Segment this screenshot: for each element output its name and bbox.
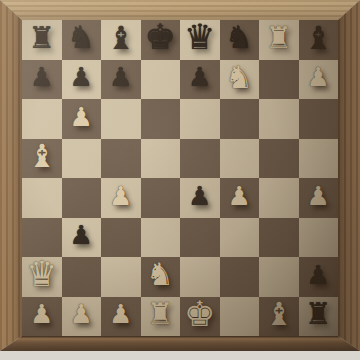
square-f4[interactable]: ♟ xyxy=(220,178,260,218)
square-c4[interactable]: ♟ xyxy=(101,178,141,218)
piece-white-pawn[interactable]: ♟ xyxy=(70,104,93,130)
piece-black-rook[interactable]: ♜ xyxy=(28,23,55,53)
square-d8[interactable]: ♚ xyxy=(141,20,181,60)
square-a5[interactable]: ♝ xyxy=(22,139,62,179)
piece-white-pawn[interactable]: ♟ xyxy=(70,301,93,327)
piece-black-pawn[interactable]: ♟ xyxy=(188,183,211,209)
piece-black-pawn[interactable]: ♟ xyxy=(70,64,93,90)
square-g1[interactable]: ♝ xyxy=(259,297,299,337)
piece-black-pawn[interactable]: ♟ xyxy=(188,64,211,90)
square-c1[interactable]: ♟ xyxy=(101,297,141,337)
piece-white-pawn[interactable]: ♟ xyxy=(228,183,251,209)
square-b8[interactable]: ♞ xyxy=(62,20,102,60)
square-h6[interactable] xyxy=(299,99,339,139)
chess-board[interactable]: ♜♞♝♚♛♞♜♝♟♟♟♟♞♟♟♝♟♟♟♟♟♛♞♟♟♟♟♜♚♝♜ xyxy=(22,20,338,336)
square-h5[interactable] xyxy=(299,139,339,179)
square-c5[interactable] xyxy=(101,139,141,179)
frame-top-rail xyxy=(0,0,360,20)
square-h8[interactable]: ♝ xyxy=(299,20,339,60)
piece-white-rook[interactable]: ♜ xyxy=(265,23,292,53)
square-g7[interactable] xyxy=(259,60,299,100)
square-g6[interactable] xyxy=(259,99,299,139)
square-g3[interactable] xyxy=(259,218,299,258)
piece-black-pawn[interactable]: ♟ xyxy=(109,64,132,90)
square-e8[interactable]: ♛ xyxy=(180,20,220,60)
square-c6[interactable] xyxy=(101,99,141,139)
piece-white-bishop[interactable]: ♝ xyxy=(264,298,293,330)
square-d2[interactable]: ♞ xyxy=(141,257,181,297)
piece-white-rook[interactable]: ♜ xyxy=(147,299,174,329)
square-c2[interactable] xyxy=(101,257,141,297)
square-h2[interactable]: ♟ xyxy=(299,257,339,297)
piece-black-pawn[interactable]: ♟ xyxy=(70,222,93,248)
square-d4[interactable] xyxy=(141,178,181,218)
square-g5[interactable] xyxy=(259,139,299,179)
square-e3[interactable] xyxy=(180,218,220,258)
square-g2[interactable] xyxy=(259,257,299,297)
piece-black-bishop[interactable]: ♝ xyxy=(304,22,333,54)
square-a6[interactable] xyxy=(22,99,62,139)
square-b7[interactable]: ♟ xyxy=(62,60,102,100)
piece-black-bishop[interactable]: ♝ xyxy=(106,22,135,54)
square-e1[interactable]: ♚ xyxy=(180,297,220,337)
square-b2[interactable] xyxy=(62,257,102,297)
square-e6[interactable] xyxy=(180,99,220,139)
square-d3[interactable] xyxy=(141,218,181,258)
piece-black-king[interactable]: ♚ xyxy=(145,20,176,55)
square-e5[interactable] xyxy=(180,139,220,179)
piece-black-pawn[interactable]: ♟ xyxy=(30,64,53,90)
frame-right-rail xyxy=(338,0,360,351)
square-c8[interactable]: ♝ xyxy=(101,20,141,60)
piece-white-queen[interactable]: ♛ xyxy=(26,257,57,292)
square-h7[interactable]: ♟ xyxy=(299,60,339,100)
square-a3[interactable] xyxy=(22,218,62,258)
piece-black-knight[interactable]: ♞ xyxy=(225,22,253,53)
square-b1[interactable]: ♟ xyxy=(62,297,102,337)
piece-black-rook[interactable]: ♜ xyxy=(305,299,332,329)
square-c3[interactable] xyxy=(101,218,141,258)
square-e7[interactable]: ♟ xyxy=(180,60,220,100)
square-f5[interactable] xyxy=(220,139,260,179)
photo-surface: ♜♞♝♚♛♞♜♝♟♟♟♟♞♟♟♝♟♟♟♟♟♛♞♟♟♟♟♜♚♝♜ xyxy=(0,0,360,360)
piece-white-bishop[interactable]: ♝ xyxy=(27,140,56,172)
square-e4[interactable]: ♟ xyxy=(180,178,220,218)
square-g8[interactable]: ♜ xyxy=(259,20,299,60)
piece-white-pawn[interactable]: ♟ xyxy=(307,64,330,90)
square-f1[interactable] xyxy=(220,297,260,337)
square-h3[interactable] xyxy=(299,218,339,258)
square-a4[interactable] xyxy=(22,178,62,218)
square-d6[interactable] xyxy=(141,99,181,139)
square-g4[interactable] xyxy=(259,178,299,218)
piece-black-knight[interactable]: ♞ xyxy=(67,22,95,53)
frame-left-rail xyxy=(0,0,22,351)
square-a1[interactable]: ♟ xyxy=(22,297,62,337)
piece-black-queen[interactable]: ♛ xyxy=(184,20,215,55)
square-d5[interactable] xyxy=(141,139,181,179)
square-d7[interactable] xyxy=(141,60,181,100)
square-f8[interactable]: ♞ xyxy=(220,20,260,60)
square-f2[interactable] xyxy=(220,257,260,297)
square-f6[interactable] xyxy=(220,99,260,139)
square-a7[interactable]: ♟ xyxy=(22,60,62,100)
square-b3[interactable]: ♟ xyxy=(62,218,102,258)
piece-white-pawn[interactable]: ♟ xyxy=(30,301,53,327)
piece-white-pawn[interactable]: ♟ xyxy=(109,301,132,327)
square-h4[interactable]: ♟ xyxy=(299,178,339,218)
piece-white-knight[interactable]: ♞ xyxy=(146,259,174,290)
square-b5[interactable] xyxy=(62,139,102,179)
square-h1[interactable]: ♜ xyxy=(299,297,339,337)
square-b4[interactable] xyxy=(62,178,102,218)
square-b6[interactable]: ♟ xyxy=(62,99,102,139)
square-c7[interactable]: ♟ xyxy=(101,60,141,100)
frame-bottom-rail xyxy=(0,336,360,351)
square-f7[interactable]: ♞ xyxy=(220,60,260,100)
square-a2[interactable]: ♛ xyxy=(22,257,62,297)
square-a8[interactable]: ♜ xyxy=(22,20,62,60)
square-d1[interactable]: ♜ xyxy=(141,297,181,337)
piece-white-knight[interactable]: ♞ xyxy=(225,62,253,93)
piece-white-pawn[interactable]: ♟ xyxy=(307,183,330,209)
piece-white-pawn[interactable]: ♟ xyxy=(109,183,132,209)
square-e2[interactable] xyxy=(180,257,220,297)
square-f3[interactable] xyxy=(220,218,260,258)
piece-white-king[interactable]: ♚ xyxy=(184,297,215,332)
piece-black-pawn[interactable]: ♟ xyxy=(307,262,330,288)
